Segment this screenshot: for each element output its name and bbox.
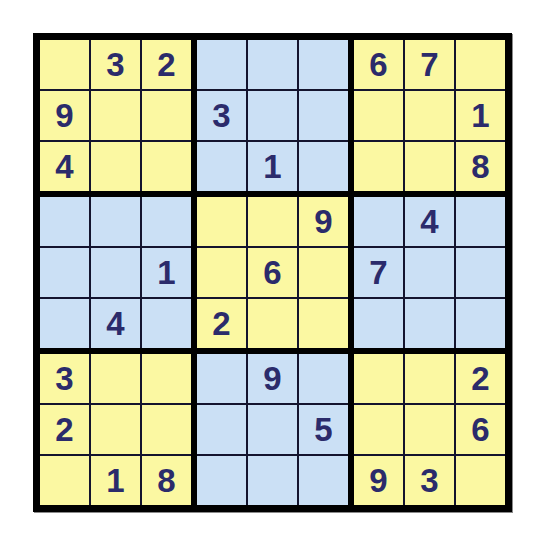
cell-r6c3[interactable] xyxy=(142,299,191,348)
cell-r3c2[interactable] xyxy=(91,142,140,191)
cell-r5c3[interactable]: 1 xyxy=(142,248,191,297)
cell-r9c8[interactable]: 3 xyxy=(405,456,454,505)
cell-r6c8[interactable] xyxy=(405,299,454,348)
cell-r5c9[interactable] xyxy=(456,248,505,297)
cell-r6c4[interactable]: 2 xyxy=(197,299,246,348)
cell-r9c5[interactable] xyxy=(248,456,297,505)
cell-r5c8[interactable] xyxy=(405,248,454,297)
cell-r6c6[interactable] xyxy=(299,299,348,348)
sudoku-page: 326793141894167423922561893 xyxy=(0,0,550,550)
cell-r8c6[interactable]: 5 xyxy=(299,405,348,454)
cell-r1c6[interactable] xyxy=(299,40,348,89)
cell-r9c3[interactable]: 8 xyxy=(142,456,191,505)
cell-r1c9[interactable] xyxy=(456,40,505,89)
cell-r4c8[interactable]: 4 xyxy=(405,197,454,246)
cell-r7c2[interactable] xyxy=(91,354,140,403)
cell-r6c7[interactable] xyxy=(354,299,403,348)
cell-r8c3[interactable] xyxy=(142,405,191,454)
cell-r7c1[interactable]: 3 xyxy=(40,354,89,403)
cell-r4c6[interactable]: 9 xyxy=(299,197,348,246)
cell-r2c5[interactable] xyxy=(248,91,297,140)
cell-r1c3[interactable]: 2 xyxy=(142,40,191,89)
cell-r3c4[interactable] xyxy=(197,142,246,191)
cell-r2c6[interactable] xyxy=(299,91,348,140)
cell-r9c9[interactable] xyxy=(456,456,505,505)
cell-r4c4[interactable] xyxy=(197,197,246,246)
cell-r3c9[interactable]: 8 xyxy=(456,142,505,191)
cell-r2c1[interactable]: 9 xyxy=(40,91,89,140)
cell-r4c1[interactable] xyxy=(40,197,89,246)
cell-r4c7[interactable] xyxy=(354,197,403,246)
cell-r2c9[interactable]: 1 xyxy=(456,91,505,140)
cell-r3c5[interactable]: 1 xyxy=(248,142,297,191)
cell-r1c1[interactable] xyxy=(40,40,89,89)
cell-r9c4[interactable] xyxy=(197,456,246,505)
cell-r4c3[interactable] xyxy=(142,197,191,246)
cell-r2c7[interactable] xyxy=(354,91,403,140)
cell-r6c2[interactable]: 4 xyxy=(91,299,140,348)
cell-r2c2[interactable] xyxy=(91,91,140,140)
cell-r8c5[interactable] xyxy=(248,405,297,454)
cell-r4c2[interactable] xyxy=(91,197,140,246)
cell-r9c1[interactable] xyxy=(40,456,89,505)
cell-r4c5[interactable] xyxy=(248,197,297,246)
cell-r8c8[interactable] xyxy=(405,405,454,454)
cell-r6c1[interactable] xyxy=(40,299,89,348)
cell-r3c3[interactable] xyxy=(142,142,191,191)
cell-r6c9[interactable] xyxy=(456,299,505,348)
cell-r5c1[interactable] xyxy=(40,248,89,297)
cell-r3c6[interactable] xyxy=(299,142,348,191)
cell-r5c4[interactable] xyxy=(197,248,246,297)
cell-r7c9[interactable]: 2 xyxy=(456,354,505,403)
sudoku-board: 326793141894167423922561893 xyxy=(33,33,512,512)
cell-r2c4[interactable]: 3 xyxy=(197,91,246,140)
cell-r5c2[interactable] xyxy=(91,248,140,297)
cell-r6c5[interactable] xyxy=(248,299,297,348)
cell-r5c6[interactable] xyxy=(299,248,348,297)
cell-r7c7[interactable] xyxy=(354,354,403,403)
cell-r8c9[interactable]: 6 xyxy=(456,405,505,454)
cell-r1c4[interactable] xyxy=(197,40,246,89)
cell-r3c7[interactable] xyxy=(354,142,403,191)
cell-r2c8[interactable] xyxy=(405,91,454,140)
cell-r1c7[interactable]: 6 xyxy=(354,40,403,89)
cell-r1c8[interactable]: 7 xyxy=(405,40,454,89)
cell-r5c7[interactable]: 7 xyxy=(354,248,403,297)
cell-r8c7[interactable] xyxy=(354,405,403,454)
cell-r1c2[interactable]: 3 xyxy=(91,40,140,89)
cell-r4c9[interactable] xyxy=(456,197,505,246)
cell-r7c6[interactable] xyxy=(299,354,348,403)
cell-r2c3[interactable] xyxy=(142,91,191,140)
cell-r7c5[interactable]: 9 xyxy=(248,354,297,403)
cell-r8c1[interactable]: 2 xyxy=(40,405,89,454)
cell-r7c4[interactable] xyxy=(197,354,246,403)
cell-r7c8[interactable] xyxy=(405,354,454,403)
cell-r9c7[interactable]: 9 xyxy=(354,456,403,505)
cell-r5c5[interactable]: 6 xyxy=(248,248,297,297)
cell-r7c3[interactable] xyxy=(142,354,191,403)
cell-r9c6[interactable] xyxy=(299,456,348,505)
cell-r9c2[interactable]: 1 xyxy=(91,456,140,505)
cell-r3c1[interactable]: 4 xyxy=(40,142,89,191)
cell-r8c4[interactable] xyxy=(197,405,246,454)
cell-r8c2[interactable] xyxy=(91,405,140,454)
cell-r3c8[interactable] xyxy=(405,142,454,191)
cell-r1c5[interactable] xyxy=(248,40,297,89)
